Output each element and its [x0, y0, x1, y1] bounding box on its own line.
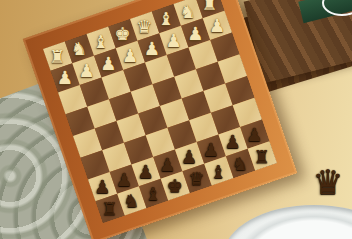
piece-black-knight: ♞: [232, 152, 248, 175]
piece-white-queen: ♛: [137, 15, 153, 38]
board-squares: ♜♞♝♚♛♝♞♜♟♟♟♟♟♟♟♟♟♟♟♟♟♟♟♟♜♞♝♚♛♝♞♜: [43, 0, 277, 223]
piece-black-pawn: ♟: [95, 175, 111, 198]
piece-black-rook: ♜: [254, 144, 270, 167]
piece-black-pawn: ♟: [138, 160, 154, 183]
piece-white-rook: ♜: [50, 45, 66, 68]
piece-black-pawn: ♟: [160, 153, 176, 176]
piece-black-queen: ♛: [189, 167, 205, 190]
piece-white-pawn: ♟: [209, 14, 225, 37]
piece-black-knight: ♞: [124, 189, 140, 212]
piece-white-bishop: ♝: [158, 7, 174, 30]
piece-black-bishop: ♝: [146, 182, 162, 205]
piece-black-pawn: ♟: [247, 123, 263, 146]
piece-white-pawn: ♟: [57, 66, 73, 89]
piece-black-rook: ♜: [102, 197, 118, 220]
piece-white-pawn: ♟: [188, 21, 204, 44]
piece-white-pawn: ♟: [122, 44, 138, 67]
piece-white-bishop: ♝: [93, 30, 109, 53]
piece-black-pawn: ♟: [116, 168, 132, 191]
piece-white-pawn: ♟: [166, 29, 182, 52]
chess-set-photo: { "game": "chess", "position": { "fen": …: [0, 0, 352, 239]
piece-white-pawn: ♟: [79, 59, 95, 82]
black-queen-piece: ♛: [313, 152, 343, 212]
piece-white-rook: ♜: [202, 0, 218, 15]
piece-white-knight: ♞: [180, 0, 196, 23]
piece-black-pawn: ♟: [203, 138, 219, 161]
piece-white-king: ♚: [115, 22, 131, 45]
off-board-black-queen[interactable]: ♛: [305, 150, 351, 214]
piece-black-king: ♚: [167, 174, 183, 197]
piece-black-pawn: ♟: [225, 130, 241, 153]
piece-white-knight: ♞: [71, 37, 87, 60]
piece-black-pawn: ♟: [182, 145, 198, 168]
piece-black-bishop: ♝: [211, 159, 227, 182]
piece-white-pawn: ♟: [144, 36, 160, 59]
piece-white-pawn: ♟: [101, 51, 117, 74]
